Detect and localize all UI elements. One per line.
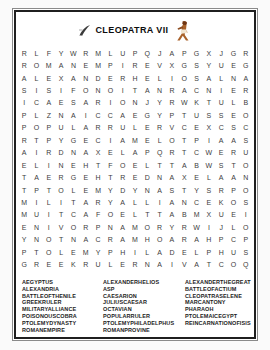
- grid-cell[interactable]: H: [92, 171, 104, 183]
- grid-cell[interactable]: H: [80, 159, 92, 171]
- grid-cell[interactable]: N: [67, 147, 79, 159]
- grid-cell[interactable]: H: [117, 246, 129, 258]
- grid-cell[interactable]: U: [215, 97, 227, 109]
- grid-cell[interactable]: R: [18, 134, 30, 146]
- grid-cell[interactable]: E: [227, 84, 239, 96]
- grid-cell[interactable]: I: [18, 97, 30, 109]
- grid-cell[interactable]: L: [55, 246, 67, 258]
- grid-cell[interactable]: X: [203, 209, 215, 221]
- grid-cell[interactable]: L: [43, 196, 55, 208]
- grid-cell[interactable]: M: [190, 209, 202, 221]
- grid-cell[interactable]: E: [55, 259, 67, 271]
- grid-cell[interactable]: O: [240, 221, 252, 233]
- grid-cell[interactable]: F: [67, 84, 79, 96]
- grid-cell[interactable]: I: [129, 246, 141, 258]
- grid-cell[interactable]: A: [178, 84, 190, 96]
- grid-cell[interactable]: L: [104, 47, 116, 59]
- grid-cell[interactable]: W: [203, 147, 215, 159]
- grid-cell[interactable]: A: [129, 147, 141, 159]
- grid-cell[interactable]: R: [240, 84, 252, 96]
- grid-cell[interactable]: P: [190, 134, 202, 146]
- grid-cell[interactable]: S: [215, 159, 227, 171]
- grid-cell[interactable]: N: [129, 97, 141, 109]
- grid-cell[interactable]: O: [43, 246, 55, 258]
- grid-cell[interactable]: T: [178, 147, 190, 159]
- grid-cell[interactable]: S: [227, 122, 239, 134]
- grid-cell[interactable]: Y: [92, 246, 104, 258]
- grid-cell[interactable]: S: [67, 97, 79, 109]
- grid-cell[interactable]: A: [227, 134, 239, 146]
- grid-cell[interactable]: D: [141, 171, 153, 183]
- grid-cell[interactable]: P: [43, 134, 55, 146]
- grid-cell[interactable]: P: [30, 184, 42, 196]
- grid-cell[interactable]: B: [240, 97, 252, 109]
- grid-cell[interactable]: O: [30, 122, 42, 134]
- grid-cell[interactable]: C: [240, 122, 252, 134]
- grid-cell[interactable]: A: [141, 84, 153, 96]
- grid-cell[interactable]: I: [30, 147, 42, 159]
- grid-cell[interactable]: L: [203, 171, 215, 183]
- grid-cell[interactable]: A: [227, 171, 239, 183]
- grid-cell[interactable]: I: [30, 196, 42, 208]
- grid-cell[interactable]: S: [190, 72, 202, 84]
- grid-cell[interactable]: T: [227, 159, 239, 171]
- grid-cell[interactable]: A: [80, 97, 92, 109]
- grid-cell[interactable]: E: [67, 159, 79, 171]
- grid-cell[interactable]: R: [166, 84, 178, 96]
- grid-cell[interactable]: H: [215, 246, 227, 258]
- grid-cell[interactable]: E: [18, 159, 30, 171]
- grid-cell[interactable]: I: [43, 159, 55, 171]
- grid-cell[interactable]: A: [153, 246, 165, 258]
- grid-cell[interactable]: I: [104, 134, 116, 146]
- grid-cell[interactable]: X: [178, 171, 190, 183]
- grid-cell[interactable]: E: [117, 259, 129, 271]
- grid-cell[interactable]: S: [240, 196, 252, 208]
- grid-cell[interactable]: L: [104, 259, 116, 271]
- grid-cell[interactable]: T: [55, 234, 67, 246]
- grid-cell[interactable]: M: [92, 59, 104, 71]
- grid-cell[interactable]: L: [153, 134, 165, 146]
- grid-cell[interactable]: M: [129, 134, 141, 146]
- grid-cell[interactable]: T: [141, 209, 153, 221]
- grid-cell[interactable]: O: [227, 259, 239, 271]
- grid-cell[interactable]: I: [104, 97, 116, 109]
- grid-cell[interactable]: A: [18, 72, 30, 84]
- grid-cell[interactable]: R: [80, 259, 92, 271]
- grid-cell[interactable]: P: [18, 122, 30, 134]
- grid-cell[interactable]: J: [215, 221, 227, 233]
- grid-cell[interactable]: P: [92, 221, 104, 233]
- grid-cell[interactable]: U: [215, 59, 227, 71]
- grid-cell[interactable]: I: [215, 84, 227, 96]
- grid-cell[interactable]: E: [178, 246, 190, 258]
- grid-cell[interactable]: G: [178, 59, 190, 71]
- grid-cell[interactable]: A: [117, 109, 129, 121]
- grid-cell[interactable]: A: [30, 171, 42, 183]
- grid-cell[interactable]: R: [92, 122, 104, 134]
- grid-cell[interactable]: A: [166, 47, 178, 59]
- grid-cell[interactable]: P: [18, 246, 30, 258]
- grid-cell[interactable]: E: [227, 209, 239, 221]
- grid-cell[interactable]: A: [55, 59, 67, 71]
- grid-cell[interactable]: L: [117, 147, 129, 159]
- grid-cell[interactable]: O: [166, 134, 178, 146]
- grid-cell[interactable]: G: [141, 109, 153, 121]
- grid-cell[interactable]: E: [104, 72, 116, 84]
- grid-cell[interactable]: E: [80, 184, 92, 196]
- grid-cell[interactable]: C: [190, 147, 202, 159]
- grid-cell[interactable]: Y: [153, 109, 165, 121]
- grid-cell[interactable]: N: [153, 84, 165, 96]
- grid-cell[interactable]: L: [67, 184, 79, 196]
- grid-cell[interactable]: V: [153, 59, 165, 71]
- grid-cell[interactable]: X: [92, 147, 104, 159]
- grid-cell[interactable]: N: [203, 84, 215, 96]
- grid-cell[interactable]: G: [227, 47, 239, 59]
- grid-cell[interactable]: R: [166, 147, 178, 159]
- grid-cell[interactable]: G: [67, 171, 79, 183]
- grid-cell[interactable]: A: [117, 196, 129, 208]
- grid-cell[interactable]: O: [80, 84, 92, 96]
- grid-cell[interactable]: U: [190, 109, 202, 121]
- grid-cell[interactable]: Q: [153, 147, 165, 159]
- grid-cell[interactable]: C: [104, 109, 116, 121]
- grid-cell[interactable]: A: [117, 234, 129, 246]
- grid-cell[interactable]: N: [178, 196, 190, 208]
- grid-cell[interactable]: S: [203, 109, 215, 121]
- grid-cell[interactable]: H: [203, 234, 215, 246]
- grid-cell[interactable]: M: [92, 184, 104, 196]
- grid-cell[interactable]: R: [104, 234, 116, 246]
- grid-cell[interactable]: Y: [18, 234, 30, 246]
- grid-cell[interactable]: A: [166, 196, 178, 208]
- grid-cell[interactable]: T: [55, 209, 67, 221]
- grid-cell[interactable]: U: [117, 47, 129, 59]
- grid-cell[interactable]: C: [92, 134, 104, 146]
- grid-cell[interactable]: S: [18, 84, 30, 96]
- grid-cell[interactable]: Y: [55, 47, 67, 59]
- grid-cell[interactable]: V: [55, 221, 67, 233]
- grid-cell[interactable]: N: [30, 234, 42, 246]
- grid-cell[interactable]: R: [104, 122, 116, 134]
- grid-cell[interactable]: P: [104, 59, 116, 71]
- grid-cell[interactable]: N: [227, 72, 239, 84]
- grid-cell[interactable]: I: [43, 209, 55, 221]
- grid-cell[interactable]: H: [129, 72, 141, 84]
- grid-cell[interactable]: A: [215, 134, 227, 146]
- grid-cell[interactable]: W: [67, 47, 79, 59]
- grid-cell[interactable]: R: [92, 196, 104, 208]
- grid-cell[interactable]: P: [104, 246, 116, 258]
- grid-cell[interactable]: E: [129, 109, 141, 121]
- grid-cell[interactable]: L: [129, 209, 141, 221]
- grid-cell[interactable]: M: [92, 47, 104, 59]
- grid-cell[interactable]: T: [203, 259, 215, 271]
- grid-cell[interactable]: V: [166, 122, 178, 134]
- grid-cell[interactable]: T: [67, 196, 79, 208]
- grid-cell[interactable]: Y: [153, 97, 165, 109]
- grid-cell[interactable]: L: [67, 122, 79, 134]
- grid-cell[interactable]: R: [153, 122, 165, 134]
- grid-cell[interactable]: A: [67, 72, 79, 84]
- grid-cell[interactable]: T: [43, 184, 55, 196]
- grid-cell[interactable]: R: [80, 47, 92, 59]
- grid-cell[interactable]: I: [43, 221, 55, 233]
- grid-cell[interactable]: R: [166, 97, 178, 109]
- grid-cell[interactable]: Y: [104, 184, 116, 196]
- grid-cell[interactable]: I: [117, 84, 129, 96]
- grid-cell[interactable]: E: [141, 122, 153, 134]
- grid-cell[interactable]: D: [166, 246, 178, 258]
- grid-cell[interactable]: A: [67, 109, 79, 121]
- grid-cell[interactable]: L: [227, 97, 239, 109]
- grid-cell[interactable]: K: [67, 259, 79, 271]
- grid-cell[interactable]: V: [178, 259, 190, 271]
- grid-cell[interactable]: E: [129, 171, 141, 183]
- grid-cell[interactable]: G: [240, 59, 252, 71]
- grid-cell[interactable]: E: [141, 134, 153, 146]
- grid-cell[interactable]: L: [190, 246, 202, 258]
- grid-cell[interactable]: T: [153, 209, 165, 221]
- grid-cell[interactable]: G: [67, 134, 79, 146]
- grid-cell[interactable]: T: [129, 84, 141, 96]
- grid-cell[interactable]: T: [178, 184, 190, 196]
- grid-cell[interactable]: U: [55, 122, 67, 134]
- grid-cell[interactable]: E: [18, 221, 30, 233]
- grid-cell[interactable]: K: [215, 196, 227, 208]
- grid-cell[interactable]: C: [92, 109, 104, 121]
- grid-cell[interactable]: N: [67, 234, 79, 246]
- grid-cell[interactable]: Y: [104, 196, 116, 208]
- grid-cell[interactable]: W: [178, 97, 190, 109]
- grid-cell[interactable]: D: [55, 147, 67, 159]
- grid-cell[interactable]: T: [166, 159, 178, 171]
- grid-cell[interactable]: E: [227, 109, 239, 121]
- grid-cell[interactable]: I: [55, 84, 67, 96]
- grid-cell[interactable]: O: [141, 221, 153, 233]
- grid-cell[interactable]: S: [203, 184, 215, 196]
- grid-cell[interactable]: A: [190, 234, 202, 246]
- grid-cell[interactable]: O: [240, 184, 252, 196]
- grid-cell[interactable]: C: [190, 196, 202, 208]
- grid-cell[interactable]: A: [178, 159, 190, 171]
- grid-cell[interactable]: C: [215, 122, 227, 134]
- grid-cell[interactable]: Y: [190, 184, 202, 196]
- grid-cell[interactable]: O: [104, 209, 116, 221]
- grid-cell[interactable]: N: [141, 259, 153, 271]
- grid-cell[interactable]: A: [203, 72, 215, 84]
- grid-cell[interactable]: X: [55, 72, 67, 84]
- grid-cell[interactable]: A: [117, 134, 129, 146]
- grid-cell[interactable]: Q: [141, 47, 153, 59]
- grid-cell[interactable]: J: [215, 47, 227, 59]
- grid-cell[interactable]: L: [141, 159, 153, 171]
- grid-cell[interactable]: R: [43, 147, 55, 159]
- grid-cell[interactable]: O: [227, 196, 239, 208]
- grid-cell[interactable]: Y: [203, 59, 215, 71]
- grid-cell[interactable]: E: [104, 147, 116, 159]
- grid-cell[interactable]: A: [153, 184, 165, 196]
- grid-cell[interactable]: A: [190, 259, 202, 271]
- grid-cell[interactable]: Z: [43, 109, 55, 121]
- grid-cell[interactable]: P: [203, 246, 215, 258]
- grid-cell[interactable]: O: [30, 59, 42, 71]
- grid-cell[interactable]: G: [190, 47, 202, 59]
- grid-cell[interactable]: M: [80, 246, 92, 258]
- grid-cell[interactable]: L: [30, 109, 42, 121]
- grid-cell[interactable]: E: [141, 72, 153, 84]
- grid-cell[interactable]: S: [240, 134, 252, 146]
- grid-cell[interactable]: E: [227, 59, 239, 71]
- grid-cell[interactable]: N: [55, 159, 67, 171]
- grid-cell[interactable]: A: [80, 234, 92, 246]
- grid-cell[interactable]: E: [43, 72, 55, 84]
- grid-cell[interactable]: A: [80, 196, 92, 208]
- grid-cell[interactable]: U: [215, 209, 227, 221]
- grid-cell[interactable]: C: [215, 259, 227, 271]
- grid-cell[interactable]: O: [43, 234, 55, 246]
- grid-cell[interactable]: T: [18, 171, 30, 183]
- grid-cell[interactable]: W: [190, 221, 202, 233]
- grid-cell[interactable]: E: [55, 97, 67, 109]
- grid-cell[interactable]: I: [240, 209, 252, 221]
- grid-cell[interactable]: A: [166, 209, 178, 221]
- grid-cell[interactable]: E: [129, 159, 141, 171]
- grid-cell[interactable]: A: [215, 171, 227, 183]
- grid-cell[interactable]: P: [178, 47, 190, 59]
- grid-cell[interactable]: R: [215, 184, 227, 196]
- grid-cell[interactable]: N: [240, 171, 252, 183]
- grid-cell[interactable]: U: [240, 147, 252, 159]
- grid-cell[interactable]: M: [129, 234, 141, 246]
- grid-cell[interactable]: N: [141, 184, 153, 196]
- grid-cell[interactable]: N: [55, 109, 67, 121]
- grid-cell[interactable]: A: [80, 209, 92, 221]
- grid-cell[interactable]: E: [190, 122, 202, 134]
- grid-cell[interactable]: B: [190, 159, 202, 171]
- grid-cell[interactable]: N: [30, 221, 42, 233]
- grid-cell[interactable]: T: [30, 246, 42, 258]
- grid-cell[interactable]: E: [141, 59, 153, 71]
- grid-cell[interactable]: O: [117, 97, 129, 109]
- grid-cell[interactable]: O: [67, 221, 79, 233]
- grid-cell[interactable]: O: [178, 72, 190, 84]
- grid-cell[interactable]: L: [30, 159, 42, 171]
- grid-cell[interactable]: M: [43, 59, 55, 71]
- grid-cell[interactable]: M: [18, 196, 30, 208]
- grid-cell[interactable]: R: [129, 259, 141, 271]
- grid-cell[interactable]: X: [203, 122, 215, 134]
- grid-cell[interactable]: R: [227, 147, 239, 159]
- grid-cell[interactable]: O: [240, 159, 252, 171]
- grid-cell[interactable]: E: [80, 134, 92, 146]
- grid-cell[interactable]: R: [55, 171, 67, 183]
- grid-cell[interactable]: C: [92, 234, 104, 246]
- grid-cell[interactable]: I: [166, 259, 178, 271]
- grid-cell[interactable]: C: [227, 234, 239, 246]
- grid-cell[interactable]: F: [92, 209, 104, 221]
- grid-cell[interactable]: O: [240, 109, 252, 121]
- grid-cell[interactable]: N: [153, 171, 165, 183]
- grid-cell[interactable]: B: [178, 209, 190, 221]
- grid-cell[interactable]: S: [166, 184, 178, 196]
- grid-cell[interactable]: D: [92, 72, 104, 84]
- grid-cell[interactable]: A: [18, 147, 30, 159]
- grid-cell[interactable]: L: [227, 221, 239, 233]
- grid-cell[interactable]: T: [92, 159, 104, 171]
- grid-cell[interactable]: A: [43, 97, 55, 109]
- grid-cell[interactable]: L: [153, 72, 165, 84]
- grid-cell[interactable]: C: [30, 97, 42, 109]
- grid-cell[interactable]: P: [227, 184, 239, 196]
- grid-cell[interactable]: Q: [240, 259, 252, 271]
- grid-cell[interactable]: R: [18, 47, 30, 59]
- grid-cell[interactable]: R: [178, 221, 190, 233]
- grid-cell[interactable]: R: [30, 259, 42, 271]
- grid-cell[interactable]: E: [117, 209, 129, 221]
- grid-cell[interactable]: A: [80, 147, 92, 159]
- grid-cell[interactable]: P: [215, 234, 227, 246]
- grid-cell[interactable]: L: [30, 72, 42, 84]
- grid-cell[interactable]: G: [18, 259, 30, 271]
- grid-cell[interactable]: P: [240, 234, 252, 246]
- grid-cell[interactable]: O: [117, 159, 129, 171]
- grid-cell[interactable]: E: [43, 171, 55, 183]
- grid-cell[interactable]: L: [215, 72, 227, 84]
- grid-cell[interactable]: Y: [129, 184, 141, 196]
- grid-cell[interactable]: E: [203, 196, 215, 208]
- grid-cell[interactable]: I: [166, 72, 178, 84]
- grid-cell[interactable]: S: [215, 109, 227, 121]
- grid-cell[interactable]: H: [141, 234, 153, 246]
- grid-cell[interactable]: I: [153, 196, 165, 208]
- grid-cell[interactable]: T: [30, 134, 42, 146]
- grid-cell[interactable]: T: [203, 97, 215, 109]
- grid-cell[interactable]: E: [43, 259, 55, 271]
- grid-cell[interactable]: F: [43, 47, 55, 59]
- grid-cell[interactable]: M: [18, 209, 30, 221]
- grid-cell[interactable]: N: [104, 221, 116, 233]
- grid-cell[interactable]: N: [92, 84, 104, 96]
- grid-cell[interactable]: K: [190, 97, 202, 109]
- grid-cell[interactable]: I: [55, 196, 67, 208]
- grid-cell[interactable]: I: [203, 134, 215, 146]
- grid-cell[interactable]: P: [141, 147, 153, 159]
- grid-cell[interactable]: J: [153, 47, 165, 59]
- grid-cell[interactable]: S: [190, 59, 202, 71]
- grid-cell[interactable]: R: [92, 97, 104, 109]
- grid-cell[interactable]: O: [55, 184, 67, 196]
- grid-cell[interactable]: P: [18, 109, 30, 121]
- grid-cell[interactable]: F: [104, 159, 116, 171]
- grid-cell[interactable]: E: [80, 171, 92, 183]
- grid-cell[interactable]: S: [240, 246, 252, 258]
- grid-cell[interactable]: U: [92, 259, 104, 271]
- grid-cell[interactable]: I: [203, 221, 215, 233]
- grid-cell[interactable]: P: [43, 122, 55, 134]
- grid-cell[interactable]: R: [117, 171, 129, 183]
- grid-cell[interactable]: R: [18, 59, 30, 71]
- grid-cell[interactable]: L: [129, 196, 141, 208]
- grid-cell[interactable]: R: [178, 234, 190, 246]
- grid-cell[interactable]: E: [190, 171, 202, 183]
- grid-cell[interactable]: A: [240, 72, 252, 84]
- grid-cell[interactable]: T: [18, 184, 30, 196]
- grid-cell[interactable]: X: [166, 59, 178, 71]
- grid-cell[interactable]: A: [166, 171, 178, 183]
- grid-cell[interactable]: N: [80, 72, 92, 84]
